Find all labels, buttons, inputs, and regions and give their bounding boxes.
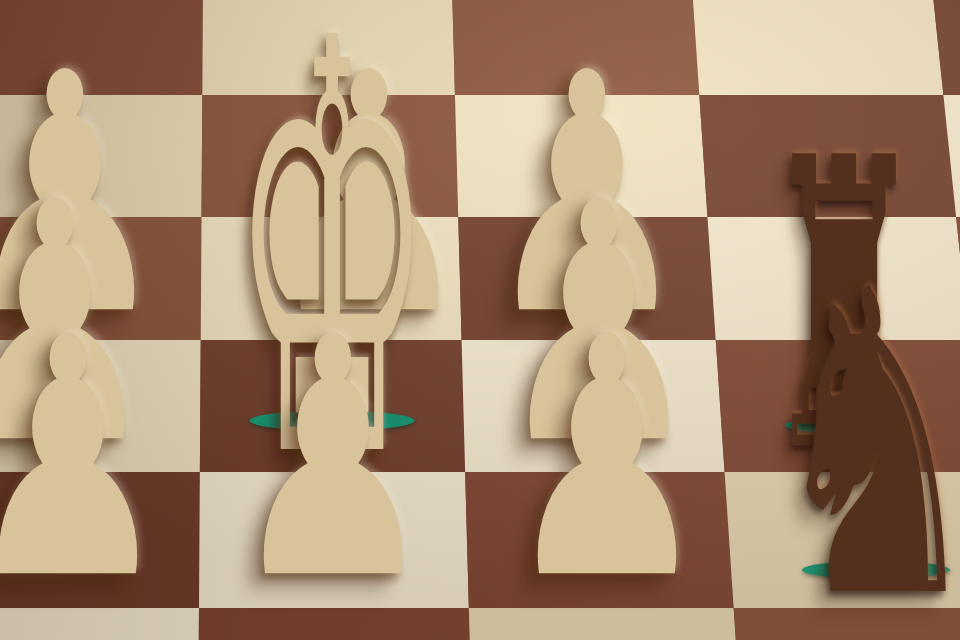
knight-glyph: ♞ bbox=[767, 236, 960, 640]
chessboard-photo: ♟♟♟♟♚♟♜♟♟♟♞ bbox=[0, 0, 960, 640]
pawn-glyph: ♟ bbox=[230, 294, 437, 624]
pawn-glyph: ♟ bbox=[503, 294, 710, 624]
white-pawn-c3: ♟ bbox=[0, 294, 216, 624]
pieces-layer: ♟♟♟♟♚♟♜♟♟♟♞ bbox=[0, 0, 960, 640]
pawn-glyph: ♟ bbox=[0, 294, 171, 624]
white-pawn-d3: ♟ bbox=[185, 294, 481, 624]
black-knight-f3: ♞ bbox=[688, 236, 960, 640]
